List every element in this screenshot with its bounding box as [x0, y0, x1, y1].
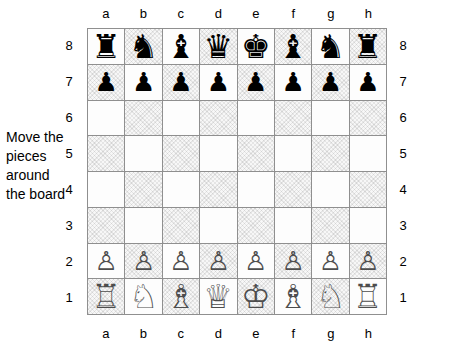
rank-labels-left: 8 7 6 5 4 3 2 1 [57, 28, 81, 315]
square-h3[interactable] [350, 208, 386, 243]
square-a4[interactable] [88, 172, 124, 207]
square-a3[interactable] [88, 208, 124, 243]
square-b5[interactable] [125, 136, 161, 171]
square-e8[interactable]: ♚ [238, 29, 274, 64]
square-e7[interactable]: ♟ [238, 65, 274, 100]
square-f4[interactable] [275, 172, 311, 207]
square-e3[interactable] [238, 208, 274, 243]
square-h7[interactable]: ♟ [350, 65, 386, 100]
white-bishop[interactable]: ♗ [166, 280, 196, 313]
rank-labels-right: 8 7 6 5 4 3 2 1 [391, 28, 415, 315]
square-c1[interactable]: ♗ [163, 279, 199, 314]
black-pawn[interactable]: ♟ [95, 69, 118, 95]
square-h5[interactable] [350, 136, 386, 171]
white-pawn[interactable]: ♙ [319, 248, 342, 274]
square-c7[interactable]: ♟ [163, 65, 199, 100]
square-b2[interactable]: ♙ [125, 244, 161, 279]
square-c4[interactable] [163, 172, 199, 207]
square-c5[interactable] [163, 136, 199, 171]
black-pawn[interactable]: ♟ [132, 69, 155, 95]
white-queen[interactable]: ♕ [204, 280, 234, 313]
square-a1[interactable]: ♖ [88, 279, 124, 314]
square-d5[interactable] [200, 136, 236, 171]
file-label-d-bottom: d [200, 326, 238, 342]
square-g8[interactable]: ♞ [312, 29, 348, 64]
square-a8[interactable]: ♜ [88, 29, 124, 64]
square-d8[interactable]: ♛ [200, 29, 236, 64]
rank-label-5-right: 5 [391, 136, 415, 172]
white-rook[interactable]: ♖ [353, 280, 383, 313]
square-f2[interactable]: ♙ [275, 244, 311, 279]
square-a2[interactable]: ♙ [88, 244, 124, 279]
square-g7[interactable]: ♟ [312, 65, 348, 100]
file-label-h-bottom: h [350, 326, 388, 342]
black-pawn[interactable]: ♟ [281, 69, 304, 95]
square-b4[interactable] [125, 172, 161, 207]
square-c6[interactable] [163, 101, 199, 136]
square-e5[interactable] [238, 136, 274, 171]
black-rook[interactable]: ♜ [353, 30, 383, 63]
rank-label-7-right: 7 [391, 64, 415, 100]
file-label-g-bottom: g [312, 326, 350, 342]
square-e1[interactable]: ♔ [238, 279, 274, 314]
rank-label-1-left: 1 [57, 279, 81, 315]
square-e2[interactable]: ♙ [238, 244, 274, 279]
file-labels-top: a b c d e f g h [87, 6, 387, 22]
black-king[interactable]: ♚ [241, 30, 271, 63]
square-f7[interactable]: ♟ [275, 65, 311, 100]
black-knight[interactable]: ♞ [316, 30, 346, 63]
rank-label-1-right: 1 [391, 279, 415, 315]
white-pawn[interactable]: ♙ [244, 248, 267, 274]
rank-label-6-right: 6 [391, 100, 415, 136]
black-knight[interactable]: ♞ [129, 30, 159, 63]
square-d6[interactable] [200, 101, 236, 136]
file-label-c-top: c [162, 6, 200, 22]
square-g1[interactable]: ♘ [312, 279, 348, 314]
black-rook[interactable]: ♜ [91, 30, 121, 63]
square-a6[interactable] [88, 101, 124, 136]
black-pawn[interactable]: ♟ [319, 69, 342, 95]
square-c3[interactable] [163, 208, 199, 243]
square-h1[interactable]: ♖ [350, 279, 386, 314]
black-pawn[interactable]: ♟ [244, 69, 267, 95]
file-label-e-top: e [237, 6, 275, 22]
square-h2[interactable]: ♙ [350, 244, 386, 279]
slide-canvas: Move the pieces around the board a b c d… [0, 0, 468, 351]
white-pawn[interactable]: ♙ [132, 248, 155, 274]
file-label-g-top: g [312, 6, 350, 22]
file-label-d-top: d [200, 6, 238, 22]
rank-label-6-left: 6 [57, 100, 81, 136]
white-pawn[interactable]: ♙ [356, 248, 379, 274]
square-c2[interactable]: ♙ [163, 244, 199, 279]
square-b6[interactable] [125, 101, 161, 136]
white-pawn[interactable]: ♙ [169, 248, 192, 274]
square-a7[interactable]: ♟ [88, 65, 124, 100]
file-label-h-top: h [350, 6, 388, 22]
square-h8[interactable]: ♜ [350, 29, 386, 64]
rank-label-4-left: 4 [57, 172, 81, 208]
black-pawn[interactable]: ♟ [207, 69, 230, 95]
square-d7[interactable]: ♟ [200, 65, 236, 100]
white-knight[interactable]: ♘ [129, 280, 159, 313]
file-label-a-top: a [87, 6, 125, 22]
rank-label-3-left: 3 [57, 207, 81, 243]
white-bishop[interactable]: ♗ [278, 280, 308, 313]
square-f3[interactable] [275, 208, 311, 243]
white-pawn[interactable]: ♙ [207, 248, 230, 274]
square-e6[interactable] [238, 101, 274, 136]
square-d1[interactable]: ♕ [200, 279, 236, 314]
square-b7[interactable]: ♟ [125, 65, 161, 100]
rank-label-2-left: 2 [57, 243, 81, 279]
square-f6[interactable] [275, 101, 311, 136]
square-g6[interactable] [312, 101, 348, 136]
black-pawn[interactable]: ♟ [169, 69, 192, 95]
square-d4[interactable] [200, 172, 236, 207]
white-pawn[interactable]: ♙ [281, 248, 304, 274]
rank-label-2-right: 2 [391, 243, 415, 279]
white-rook[interactable]: ♖ [91, 280, 121, 313]
file-label-a-bottom: a [87, 326, 125, 342]
file-label-f-top: f [275, 6, 313, 22]
square-d3[interactable] [200, 208, 236, 243]
white-knight[interactable]: ♘ [316, 280, 346, 313]
chess-board: ♜♞♝♛♚♝♞♜♟♟♟♟♟♟♟♟♙♙♙♙♙♙♙♙♖♘♗♕♔♗♘♖ [87, 28, 387, 315]
file-label-e-bottom: e [237, 326, 275, 342]
square-a5[interactable] [88, 136, 124, 171]
square-g2[interactable]: ♙ [312, 244, 348, 279]
square-d2[interactable]: ♙ [200, 244, 236, 279]
file-label-c-bottom: c [162, 326, 200, 342]
square-h6[interactable] [350, 101, 386, 136]
white-king[interactable]: ♔ [241, 280, 271, 313]
square-e4[interactable] [238, 172, 274, 207]
file-labels-bottom: a b c d e f g h [87, 326, 387, 342]
rank-label-4-right: 4 [391, 172, 415, 208]
square-f1[interactable]: ♗ [275, 279, 311, 314]
square-g3[interactable] [312, 208, 348, 243]
black-queen[interactable]: ♛ [204, 30, 234, 63]
square-g4[interactable] [312, 172, 348, 207]
file-label-b-top: b [125, 6, 163, 22]
white-pawn[interactable]: ♙ [95, 248, 118, 274]
black-bishop[interactable]: ♝ [278, 30, 308, 63]
rank-label-8-left: 8 [57, 28, 81, 64]
rank-label-3-right: 3 [391, 207, 415, 243]
rank-label-7-left: 7 [57, 64, 81, 100]
file-label-f-bottom: f [275, 326, 313, 342]
square-g5[interactable] [312, 136, 348, 171]
square-c8[interactable]: ♝ [163, 29, 199, 64]
black-pawn[interactable]: ♟ [356, 69, 379, 95]
square-b1[interactable]: ♘ [125, 279, 161, 314]
square-f5[interactable] [275, 136, 311, 171]
rank-label-8-right: 8 [391, 28, 415, 64]
file-label-b-bottom: b [125, 326, 163, 342]
square-b3[interactable] [125, 208, 161, 243]
square-b8[interactable]: ♞ [125, 29, 161, 64]
rank-label-5-left: 5 [57, 136, 81, 172]
black-bishop[interactable]: ♝ [166, 30, 196, 63]
square-h4[interactable] [350, 172, 386, 207]
square-f8[interactable]: ♝ [275, 29, 311, 64]
